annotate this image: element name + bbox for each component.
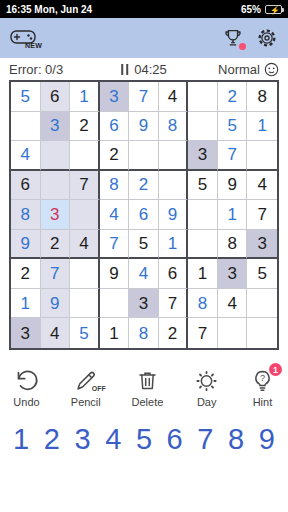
cell-r7c3[interactable] bbox=[70, 259, 100, 289]
numpad-7[interactable]: 7 bbox=[197, 425, 213, 454]
numpad-9[interactable]: 9 bbox=[259, 425, 275, 454]
timer: 04:25 bbox=[134, 62, 167, 77]
numpad-1[interactable]: 1 bbox=[13, 425, 29, 454]
cell-r9c9[interactable] bbox=[247, 318, 277, 348]
cell-r9c1[interactable]: 3 bbox=[11, 318, 41, 348]
cell-r8c8[interactable]: 4 bbox=[218, 289, 248, 319]
difficulty-face-icon bbox=[264, 62, 279, 77]
cell-r2c3[interactable]: 2 bbox=[70, 112, 100, 142]
trophy-button[interactable] bbox=[222, 27, 244, 49]
cell-r4c2[interactable] bbox=[41, 171, 71, 201]
delete-button[interactable]: Delete bbox=[132, 369, 164, 408]
new-label: NEW bbox=[25, 42, 42, 49]
cell-r1c2[interactable]: 6 bbox=[41, 82, 71, 112]
cell-r5c9[interactable]: 7 bbox=[247, 200, 277, 230]
cell-r4c7[interactable]: 5 bbox=[188, 171, 218, 201]
day-mode-button[interactable]: Day bbox=[194, 369, 219, 408]
sudoku-board: 5613742832698514237678259483469179247518… bbox=[9, 80, 279, 350]
cell-r5c7[interactable] bbox=[188, 200, 218, 230]
cell-r5c4[interactable]: 4 bbox=[100, 200, 130, 230]
svg-text:?: ? bbox=[260, 373, 265, 383]
cell-r4c8[interactable]: 9 bbox=[218, 171, 248, 201]
cell-r8c9[interactable] bbox=[247, 289, 277, 319]
cell-r5c5[interactable]: 6 bbox=[129, 200, 159, 230]
difficulty-label: Normal bbox=[218, 62, 260, 77]
numpad-3[interactable]: 3 bbox=[74, 425, 90, 454]
new-game-button[interactable]: NEW bbox=[10, 29, 36, 47]
cell-r2c4[interactable]: 6 bbox=[100, 112, 130, 142]
pause-icon[interactable] bbox=[121, 64, 128, 75]
cell-r1c7[interactable] bbox=[188, 82, 218, 112]
cell-r5c2[interactable]: 3 bbox=[41, 200, 71, 230]
cell-r1c4[interactable]: 3 bbox=[100, 82, 130, 112]
undo-button[interactable]: Undo bbox=[13, 369, 40, 408]
numpad-2[interactable]: 2 bbox=[44, 425, 60, 454]
cell-r7c7[interactable]: 1 bbox=[188, 259, 218, 289]
cell-r8c6[interactable]: 7 bbox=[159, 289, 189, 319]
cell-r6c9[interactable]: 3 bbox=[247, 230, 277, 260]
pencil-label: Pencil bbox=[71, 396, 101, 408]
cell-r3c4[interactable]: 2 bbox=[100, 141, 130, 171]
cell-r7c5[interactable]: 4 bbox=[129, 259, 159, 289]
cell-r8c4[interactable] bbox=[100, 289, 130, 319]
settings-button[interactable] bbox=[256, 27, 278, 49]
cell-r1c5[interactable]: 7 bbox=[129, 82, 159, 112]
cell-r9c5[interactable]: 8 bbox=[129, 318, 159, 348]
cell-r2c1[interactable] bbox=[11, 112, 41, 142]
cell-r9c4[interactable]: 1 bbox=[100, 318, 130, 348]
cell-r2c5[interactable]: 9 bbox=[129, 112, 159, 142]
battery-icon: ⚡ bbox=[265, 5, 282, 14]
header: NEW bbox=[0, 18, 288, 58]
status-time-date: 16:35 Mon, Jun 24 bbox=[6, 4, 92, 15]
numpad-5[interactable]: 5 bbox=[136, 425, 152, 454]
day-label: Day bbox=[197, 396, 217, 408]
undo-icon bbox=[13, 369, 40, 393]
hint-button[interactable]: ? 1 Hint bbox=[250, 369, 275, 408]
cell-r1c6[interactable]: 4 bbox=[159, 82, 189, 112]
trash-icon bbox=[135, 369, 160, 393]
trophy-notification-dot bbox=[239, 43, 246, 50]
info-bar: Error: 0/3 04:25 Normal bbox=[0, 58, 288, 80]
cell-r2c8[interactable]: 5 bbox=[218, 112, 248, 142]
hint-badge: 1 bbox=[269, 363, 282, 376]
cell-r7c8[interactable]: 3 bbox=[218, 259, 248, 289]
cell-r7c6[interactable]: 6 bbox=[159, 259, 189, 289]
hint-label: Hint bbox=[253, 396, 273, 408]
cell-r6c2[interactable]: 2 bbox=[41, 230, 71, 260]
cell-r7c1[interactable]: 2 bbox=[11, 259, 41, 289]
numpad-8[interactable]: 8 bbox=[228, 425, 244, 454]
number-pad: 1 2 3 4 5 6 7 8 9 bbox=[0, 425, 288, 454]
toolbar: Undo OFF Pencil Delete Day bbox=[0, 369, 288, 408]
cell-r4c6[interactable] bbox=[159, 171, 189, 201]
cell-r1c3[interactable]: 1 bbox=[70, 82, 100, 112]
cell-r5c8[interactable]: 1 bbox=[218, 200, 248, 230]
pencil-button[interactable]: OFF Pencil bbox=[71, 369, 101, 408]
cell-r1c1[interactable]: 5 bbox=[11, 82, 41, 112]
cell-r2c2[interactable]: 3 bbox=[41, 112, 71, 142]
cell-r2c9[interactable]: 1 bbox=[247, 112, 277, 142]
cell-r8c5[interactable]: 3 bbox=[129, 289, 159, 319]
delete-label: Delete bbox=[132, 396, 164, 408]
numpad-4[interactable]: 4 bbox=[105, 425, 121, 454]
cell-r3c3[interactable] bbox=[70, 141, 100, 171]
cell-r6c7[interactable] bbox=[188, 230, 218, 260]
pencil-state: OFF bbox=[92, 385, 106, 392]
cell-r8c3[interactable] bbox=[70, 289, 100, 319]
clock-date: Mon, Jun 24 bbox=[34, 4, 92, 15]
cell-r8c2[interactable]: 9 bbox=[41, 289, 71, 319]
cell-r3c5[interactable] bbox=[129, 141, 159, 171]
cell-r1c8[interactable]: 2 bbox=[218, 82, 248, 112]
cell-r9c6[interactable]: 2 bbox=[159, 318, 189, 348]
cell-r5c3[interactable] bbox=[70, 200, 100, 230]
cell-r3c8[interactable]: 7 bbox=[218, 141, 248, 171]
cell-r1c9[interactable]: 8 bbox=[247, 82, 277, 112]
cell-r6c3[interactable]: 4 bbox=[70, 230, 100, 260]
error-counter: Error: 0/3 bbox=[9, 62, 63, 77]
cell-r7c2[interactable]: 7 bbox=[41, 259, 71, 289]
cell-r9c7[interactable]: 7 bbox=[188, 318, 218, 348]
cell-r9c2[interactable]: 4 bbox=[41, 318, 71, 348]
cell-r4c4[interactable]: 8 bbox=[100, 171, 130, 201]
cell-r9c8[interactable] bbox=[218, 318, 248, 348]
cell-r8c7[interactable]: 8 bbox=[188, 289, 218, 319]
cell-r8c1[interactable]: 1 bbox=[11, 289, 41, 319]
cell-r3c6[interactable] bbox=[159, 141, 189, 171]
cell-r6c5[interactable]: 5 bbox=[129, 230, 159, 260]
cell-r6c8[interactable]: 8 bbox=[218, 230, 248, 260]
cell-r3c7[interactable]: 3 bbox=[188, 141, 218, 171]
undo-label: Undo bbox=[13, 396, 39, 408]
clock-time: 16:35 bbox=[6, 4, 32, 15]
cell-r4c9[interactable]: 4 bbox=[247, 171, 277, 201]
cell-r6c1[interactable]: 9 bbox=[11, 230, 41, 260]
cell-r5c1[interactable]: 8 bbox=[11, 200, 41, 230]
cell-r4c5[interactable]: 2 bbox=[129, 171, 159, 201]
cell-r9c3[interactable]: 5 bbox=[70, 318, 100, 348]
gear-icon bbox=[256, 27, 278, 49]
sun-icon bbox=[194, 369, 219, 393]
cell-r4c1[interactable]: 6 bbox=[11, 171, 41, 201]
battery-percent: 65% bbox=[241, 4, 261, 15]
cell-r4c3[interactable]: 7 bbox=[70, 171, 100, 201]
cell-r3c1[interactable]: 4 bbox=[11, 141, 41, 171]
cell-r6c6[interactable]: 1 bbox=[159, 230, 189, 260]
numpad-6[interactable]: 6 bbox=[167, 425, 183, 454]
cell-r2c6[interactable]: 8 bbox=[159, 112, 189, 142]
cell-r5c6[interactable]: 9 bbox=[159, 200, 189, 230]
cell-r2c7[interactable] bbox=[188, 112, 218, 142]
cell-r7c9[interactable]: 5 bbox=[247, 259, 277, 289]
cell-r7c4[interactable]: 9 bbox=[100, 259, 130, 289]
cell-r3c9[interactable] bbox=[247, 141, 277, 171]
cell-r6c4[interactable]: 7 bbox=[100, 230, 130, 260]
cell-r3c2[interactable] bbox=[41, 141, 71, 171]
status-bar: 16:35 Mon, Jun 24 65% ⚡ bbox=[0, 0, 288, 18]
